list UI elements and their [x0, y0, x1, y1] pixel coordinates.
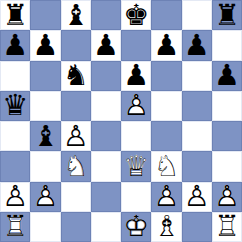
- black-rook-piece: ♜: [212, 0, 242, 30]
- square-e5[interactable]: ♟♙: [121, 91, 151, 121]
- square-d3[interactable]: [91, 151, 121, 181]
- piece-fill-layer: ♝: [61, 0, 91, 30]
- square-d4[interactable]: [91, 121, 121, 151]
- black-pawn-piece: ♟: [0, 30, 30, 60]
- square-d7[interactable]: ♟: [91, 30, 121, 60]
- square-h6[interactable]: ♟: [212, 61, 242, 91]
- square-f3[interactable]: ♞♘: [151, 151, 181, 181]
- square-b2[interactable]: ♟♙: [30, 182, 60, 212]
- white-pawn-piece: ♟♙: [30, 182, 60, 212]
- chess-board: ♜♝♚♜♟♟♟♟♟♞♟♟♛♟♙♝♟♙♞♘♛♕♞♘♟♙♟♙♟♙♟♙♟♙♜♖♚♔♝♗…: [0, 0, 242, 242]
- square-h8[interactable]: ♜: [212, 0, 242, 30]
- square-a3[interactable]: [0, 151, 30, 181]
- black-pawn-piece: ♟: [91, 30, 121, 60]
- piece-outline-layer: ♙: [121, 91, 151, 121]
- white-pawn-piece: ♟♙: [0, 182, 30, 212]
- piece-fill-layer: ♟: [151, 30, 181, 60]
- square-h2[interactable]: ♟♙: [212, 182, 242, 212]
- white-pawn-piece: ♟♙: [182, 182, 212, 212]
- square-g2[interactable]: ♟♙: [182, 182, 212, 212]
- piece-fill-layer: ♟: [182, 30, 212, 60]
- piece-outline-layer: ♙: [212, 182, 242, 212]
- black-rook-piece: ♜: [0, 0, 30, 30]
- square-e7[interactable]: [121, 30, 151, 60]
- square-h5[interactable]: [212, 91, 242, 121]
- square-d2[interactable]: [91, 182, 121, 212]
- black-king-piece: ♚: [121, 0, 151, 30]
- square-e8[interactable]: ♚: [121, 0, 151, 30]
- white-queen-piece: ♛♕: [121, 151, 151, 181]
- square-c1[interactable]: [61, 212, 91, 242]
- square-b6[interactable]: [30, 61, 60, 91]
- square-g8[interactable]: [182, 0, 212, 30]
- square-b1[interactable]: [30, 212, 60, 242]
- piece-fill-layer: ♟: [121, 61, 151, 91]
- square-f7[interactable]: ♟: [151, 30, 181, 60]
- piece-fill-layer: ♟: [91, 30, 121, 60]
- piece-outline-layer: ♘: [151, 151, 181, 181]
- white-pawn-piece: ♟♙: [61, 121, 91, 151]
- square-a5[interactable]: ♛: [0, 91, 30, 121]
- square-e1[interactable]: ♚♔: [121, 212, 151, 242]
- piece-fill-layer: ♟: [0, 30, 30, 60]
- square-c6[interactable]: ♞: [61, 61, 91, 91]
- square-c8[interactable]: ♝: [61, 0, 91, 30]
- white-pawn-piece: ♟♙: [212, 182, 242, 212]
- piece-fill-layer: ♟: [212, 61, 242, 91]
- square-d8[interactable]: [91, 0, 121, 30]
- white-pawn-piece: ♟♙: [121, 91, 151, 121]
- square-c4[interactable]: ♟♙: [61, 121, 91, 151]
- piece-outline-layer: ♙: [182, 182, 212, 212]
- black-pawn-piece: ♟: [121, 61, 151, 91]
- square-a1[interactable]: ♜♖: [0, 212, 30, 242]
- square-e6[interactable]: ♟: [121, 61, 151, 91]
- square-f6[interactable]: [151, 61, 181, 91]
- black-pawn-piece: ♟: [212, 61, 242, 91]
- piece-fill-layer: ♝: [30, 121, 60, 151]
- white-bishop-piece: ♝♗: [151, 212, 181, 242]
- white-rook-piece: ♜♖: [0, 212, 30, 242]
- square-c3[interactable]: ♞♘: [61, 151, 91, 181]
- square-a6[interactable]: [0, 61, 30, 91]
- square-b5[interactable]: [30, 91, 60, 121]
- piece-fill-layer: ♜: [0, 0, 30, 30]
- piece-outline-layer: ♕: [121, 151, 151, 181]
- white-rook-piece: ♜♖: [212, 212, 242, 242]
- square-a4[interactable]: [0, 121, 30, 151]
- square-e4[interactable]: [121, 121, 151, 151]
- square-b7[interactable]: ♟: [30, 30, 60, 60]
- piece-fill-layer: ♜: [212, 0, 242, 30]
- square-b3[interactable]: [30, 151, 60, 181]
- square-g7[interactable]: ♟: [182, 30, 212, 60]
- square-f2[interactable]: ♟♙: [151, 182, 181, 212]
- square-f1[interactable]: ♝♗: [151, 212, 181, 242]
- piece-outline-layer: ♗: [151, 212, 181, 242]
- piece-fill-layer: ♛: [0, 91, 30, 121]
- white-knight-piece: ♞♘: [61, 151, 91, 181]
- piece-outline-layer: ♙: [0, 182, 30, 212]
- black-bishop-piece: ♝: [61, 0, 91, 30]
- square-c7[interactable]: [61, 30, 91, 60]
- square-b8[interactable]: [30, 0, 60, 30]
- square-d6[interactable]: [91, 61, 121, 91]
- piece-outline-layer: ♙: [151, 182, 181, 212]
- piece-fill-layer: ♞: [61, 61, 91, 91]
- piece-outline-layer: ♙: [30, 182, 60, 212]
- white-pawn-piece: ♟♙: [151, 182, 181, 212]
- black-bishop-piece: ♝: [30, 121, 60, 151]
- black-queen-piece: ♛: [0, 91, 30, 121]
- square-d1[interactable]: [91, 212, 121, 242]
- white-king-piece: ♚♔: [121, 212, 151, 242]
- square-f8[interactable]: [151, 0, 181, 30]
- square-a8[interactable]: ♜: [0, 0, 30, 30]
- square-g1[interactable]: [182, 212, 212, 242]
- square-g4[interactable]: [182, 121, 212, 151]
- piece-outline-layer: ♖: [0, 212, 30, 242]
- square-d5[interactable]: [91, 91, 121, 121]
- square-c2[interactable]: [61, 182, 91, 212]
- piece-outline-layer: ♘: [61, 151, 91, 181]
- square-g5[interactable]: [182, 91, 212, 121]
- piece-fill-layer: ♟: [30, 30, 60, 60]
- square-a2[interactable]: ♟♙: [0, 182, 30, 212]
- black-pawn-piece: ♟: [30, 30, 60, 60]
- square-h7[interactable]: [212, 30, 242, 60]
- square-c5[interactable]: [61, 91, 91, 121]
- square-h4[interactable]: [212, 121, 242, 151]
- black-pawn-piece: ♟: [151, 30, 181, 60]
- piece-fill-layer: ♚: [121, 0, 151, 30]
- square-g6[interactable]: [182, 61, 212, 91]
- square-f4[interactable]: [151, 121, 181, 151]
- white-knight-piece: ♞♘: [151, 151, 181, 181]
- square-h1[interactable]: ♜♖: [212, 212, 242, 242]
- square-b4[interactable]: ♝: [30, 121, 60, 151]
- square-f5[interactable]: [151, 91, 181, 121]
- black-knight-piece: ♞: [61, 61, 91, 91]
- black-pawn-piece: ♟: [182, 30, 212, 60]
- piece-outline-layer: ♙: [61, 121, 91, 151]
- square-e3[interactable]: ♛♕: [121, 151, 151, 181]
- square-e2[interactable]: [121, 182, 151, 212]
- square-g3[interactable]: [182, 151, 212, 181]
- piece-outline-layer: ♖: [212, 212, 242, 242]
- square-h3[interactable]: [212, 151, 242, 181]
- square-a7[interactable]: ♟: [0, 30, 30, 60]
- piece-outline-layer: ♔: [121, 212, 151, 242]
